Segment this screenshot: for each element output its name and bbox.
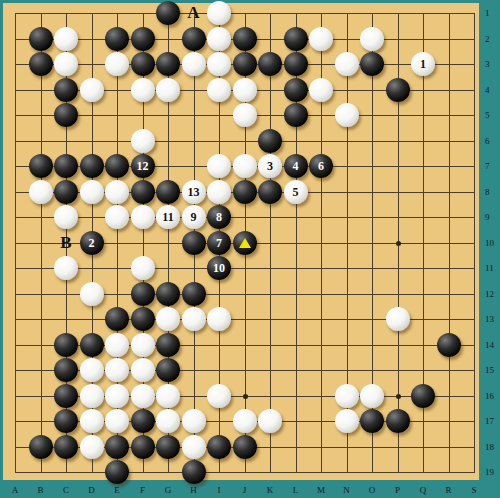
black-stone[interactable] bbox=[80, 333, 104, 357]
black-stone[interactable] bbox=[131, 52, 155, 76]
black-stone[interactable] bbox=[233, 231, 257, 255]
row-coordinate-label: 19 bbox=[485, 467, 494, 477]
column-coordinate-label: F bbox=[140, 485, 145, 495]
white-stone[interactable] bbox=[54, 256, 78, 280]
black-stone[interactable] bbox=[54, 384, 78, 408]
row-coordinate-label: 6 bbox=[485, 136, 490, 146]
black-stone[interactable] bbox=[182, 282, 206, 306]
white-stone[interactable] bbox=[335, 384, 359, 408]
row-coordinate-label: 11 bbox=[485, 263, 494, 273]
column-coordinate-label: N bbox=[343, 485, 350, 495]
column-coordinate-label: Q bbox=[420, 485, 427, 495]
white-stone[interactable] bbox=[156, 205, 180, 229]
white-stone[interactable] bbox=[207, 52, 231, 76]
black-stone[interactable] bbox=[233, 180, 257, 204]
black-stone[interactable] bbox=[105, 460, 129, 484]
column-coordinate-label: D bbox=[88, 485, 95, 495]
white-stone[interactable] bbox=[131, 205, 155, 229]
black-stone[interactable] bbox=[156, 1, 180, 25]
white-stone[interactable] bbox=[360, 27, 384, 51]
white-stone[interactable] bbox=[207, 27, 231, 51]
white-stone[interactable] bbox=[360, 384, 384, 408]
black-stone[interactable] bbox=[258, 180, 282, 204]
white-stone[interactable] bbox=[105, 384, 129, 408]
white-stone[interactable] bbox=[207, 154, 231, 178]
white-stone[interactable] bbox=[207, 78, 231, 102]
white-stone[interactable] bbox=[105, 333, 129, 357]
row-coordinate-label: 8 bbox=[485, 187, 490, 197]
white-stone[interactable] bbox=[80, 384, 104, 408]
white-stone[interactable] bbox=[233, 78, 257, 102]
black-stone[interactable] bbox=[207, 231, 231, 255]
black-stone[interactable] bbox=[54, 78, 78, 102]
black-stone[interactable] bbox=[54, 103, 78, 127]
black-stone[interactable] bbox=[29, 27, 53, 51]
black-stone[interactable] bbox=[182, 231, 206, 255]
black-stone[interactable] bbox=[233, 435, 257, 459]
white-stone[interactable] bbox=[105, 180, 129, 204]
white-stone[interactable] bbox=[80, 358, 104, 382]
black-stone[interactable] bbox=[54, 333, 78, 357]
black-stone[interactable] bbox=[284, 103, 308, 127]
white-stone[interactable] bbox=[54, 27, 78, 51]
black-stone[interactable] bbox=[29, 52, 53, 76]
black-stone[interactable] bbox=[233, 52, 257, 76]
white-stone[interactable] bbox=[335, 103, 359, 127]
grid-line-horizontal bbox=[15, 268, 475, 269]
white-stone[interactable] bbox=[182, 180, 206, 204]
column-coordinate-label: O bbox=[369, 485, 376, 495]
black-stone[interactable] bbox=[131, 27, 155, 51]
black-stone[interactable] bbox=[156, 358, 180, 382]
black-stone[interactable] bbox=[105, 435, 129, 459]
white-stone[interactable] bbox=[233, 154, 257, 178]
column-coordinate-label: E bbox=[114, 485, 120, 495]
black-stone[interactable] bbox=[156, 282, 180, 306]
column-coordinate-label: S bbox=[471, 485, 476, 495]
black-stone[interactable] bbox=[80, 154, 104, 178]
white-stone[interactable] bbox=[309, 78, 333, 102]
white-stone[interactable] bbox=[182, 409, 206, 433]
black-stone[interactable] bbox=[386, 409, 410, 433]
white-stone[interactable] bbox=[105, 52, 129, 76]
black-stone[interactable] bbox=[131, 409, 155, 433]
white-stone[interactable] bbox=[182, 435, 206, 459]
white-stone[interactable] bbox=[105, 409, 129, 433]
white-stone[interactable] bbox=[54, 52, 78, 76]
black-stone[interactable] bbox=[207, 256, 231, 280]
row-coordinate-label: 17 bbox=[485, 416, 494, 426]
column-coordinate-label: J bbox=[243, 485, 247, 495]
star-point bbox=[396, 241, 401, 246]
row-coordinate-label: 14 bbox=[485, 340, 494, 350]
row-coordinate-label: 5 bbox=[485, 110, 490, 120]
white-stone[interactable] bbox=[131, 333, 155, 357]
black-stone[interactable] bbox=[54, 154, 78, 178]
black-stone[interactable] bbox=[411, 384, 435, 408]
column-coordinate-label: L bbox=[293, 485, 299, 495]
black-stone[interactable] bbox=[29, 435, 53, 459]
black-stone[interactable] bbox=[54, 358, 78, 382]
column-coordinate-label: A bbox=[12, 485, 19, 495]
black-stone[interactable] bbox=[105, 154, 129, 178]
black-stone[interactable] bbox=[156, 333, 180, 357]
row-coordinate-label: 10 bbox=[485, 238, 494, 248]
row-coordinate-label: 12 bbox=[485, 289, 494, 299]
white-stone[interactable] bbox=[258, 409, 282, 433]
black-stone[interactable] bbox=[386, 78, 410, 102]
column-coordinate-label: G bbox=[165, 485, 172, 495]
white-stone[interactable] bbox=[309, 27, 333, 51]
row-coordinate-label: 3 bbox=[485, 59, 490, 69]
white-stone[interactable] bbox=[131, 384, 155, 408]
black-stone[interactable] bbox=[207, 205, 231, 229]
black-stone[interactable] bbox=[54, 180, 78, 204]
black-stone[interactable] bbox=[131, 180, 155, 204]
black-stone[interactable] bbox=[131, 435, 155, 459]
white-stone[interactable] bbox=[207, 180, 231, 204]
black-stone[interactable] bbox=[156, 180, 180, 204]
black-stone[interactable] bbox=[284, 27, 308, 51]
black-stone[interactable] bbox=[284, 154, 308, 178]
white-stone[interactable] bbox=[80, 409, 104, 433]
black-stone[interactable] bbox=[309, 154, 333, 178]
black-stone[interactable] bbox=[54, 435, 78, 459]
row-coordinate-label: 15 bbox=[485, 365, 494, 375]
column-coordinate-label: B bbox=[37, 485, 43, 495]
white-stone[interactable] bbox=[131, 129, 155, 153]
grid-line-vertical bbox=[474, 13, 475, 473]
white-stone[interactable] bbox=[156, 78, 180, 102]
white-stone[interactable] bbox=[182, 205, 206, 229]
white-stone[interactable] bbox=[131, 358, 155, 382]
black-stone[interactable] bbox=[131, 154, 155, 178]
black-stone[interactable] bbox=[437, 333, 461, 357]
white-stone[interactable] bbox=[131, 78, 155, 102]
column-coordinate-label: M bbox=[317, 485, 325, 495]
row-coordinate-label: 9 bbox=[485, 212, 490, 222]
grid-line-vertical bbox=[270, 13, 271, 473]
column-coordinate-label: I bbox=[218, 485, 221, 495]
white-stone[interactable] bbox=[207, 384, 231, 408]
white-stone[interactable] bbox=[207, 1, 231, 25]
grid-line-horizontal bbox=[15, 472, 475, 473]
black-stone[interactable] bbox=[360, 409, 384, 433]
white-stone[interactable] bbox=[386, 307, 410, 331]
go-game-window: 12345678910111213ABABCDEFGHIJKLMNOPQRS12… bbox=[0, 0, 500, 498]
white-stone[interactable] bbox=[105, 358, 129, 382]
white-stone[interactable] bbox=[105, 205, 129, 229]
row-coordinate-label: 13 bbox=[485, 314, 494, 324]
white-stone[interactable] bbox=[284, 180, 308, 204]
black-stone[interactable] bbox=[284, 78, 308, 102]
white-stone[interactable] bbox=[411, 52, 435, 76]
black-stone[interactable] bbox=[207, 435, 231, 459]
white-stone[interactable] bbox=[207, 307, 231, 331]
black-stone[interactable] bbox=[182, 27, 206, 51]
star-point bbox=[396, 394, 401, 399]
white-stone[interactable] bbox=[29, 180, 53, 204]
column-coordinate-label: K bbox=[267, 485, 274, 495]
black-stone[interactable] bbox=[360, 52, 384, 76]
grid-line-vertical bbox=[449, 13, 450, 473]
row-coordinate-label: 2 bbox=[485, 34, 490, 44]
white-stone[interactable] bbox=[335, 52, 359, 76]
white-stone[interactable] bbox=[80, 180, 104, 204]
white-stone[interactable] bbox=[80, 78, 104, 102]
black-stone[interactable] bbox=[233, 27, 257, 51]
white-stone[interactable] bbox=[156, 409, 180, 433]
black-stone[interactable] bbox=[131, 282, 155, 306]
black-stone[interactable] bbox=[105, 27, 129, 51]
black-stone[interactable] bbox=[182, 460, 206, 484]
row-coordinate-label: 18 bbox=[485, 442, 494, 452]
white-stone[interactable] bbox=[54, 205, 78, 229]
column-coordinate-label: H bbox=[190, 485, 197, 495]
black-stone[interactable] bbox=[80, 231, 104, 255]
black-stone[interactable] bbox=[131, 307, 155, 331]
white-stone[interactable] bbox=[258, 154, 282, 178]
row-coordinate-label: 7 bbox=[485, 161, 490, 171]
black-stone[interactable] bbox=[105, 307, 129, 331]
white-stone[interactable] bbox=[182, 52, 206, 76]
black-stone[interactable] bbox=[156, 435, 180, 459]
white-stone[interactable] bbox=[156, 307, 180, 331]
black-stone[interactable] bbox=[54, 409, 78, 433]
white-stone[interactable] bbox=[335, 409, 359, 433]
white-stone[interactable] bbox=[80, 282, 104, 306]
white-stone[interactable] bbox=[131, 256, 155, 280]
black-stone[interactable] bbox=[156, 52, 180, 76]
white-stone[interactable] bbox=[80, 435, 104, 459]
white-stone[interactable] bbox=[182, 307, 206, 331]
black-stone[interactable] bbox=[284, 52, 308, 76]
column-coordinate-label: C bbox=[63, 485, 69, 495]
row-coordinate-label: 4 bbox=[485, 85, 490, 95]
column-coordinate-label: R bbox=[445, 485, 451, 495]
white-stone[interactable] bbox=[233, 409, 257, 433]
star-point bbox=[243, 394, 248, 399]
column-coordinate-label: P bbox=[395, 485, 400, 495]
black-stone[interactable] bbox=[29, 154, 53, 178]
row-coordinate-label: 16 bbox=[485, 391, 494, 401]
black-stone[interactable] bbox=[258, 129, 282, 153]
white-stone[interactable] bbox=[233, 103, 257, 127]
row-coordinate-label: 1 bbox=[485, 8, 490, 18]
black-stone[interactable] bbox=[258, 52, 282, 76]
white-stone[interactable] bbox=[156, 384, 180, 408]
